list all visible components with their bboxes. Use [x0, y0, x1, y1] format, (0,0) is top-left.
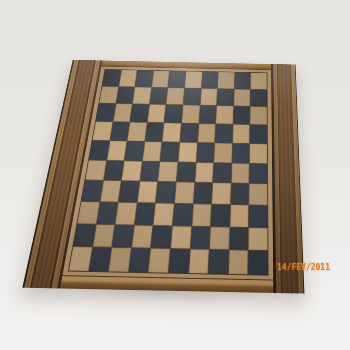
square-r2c9[interactable]	[234, 89, 250, 106]
square-r5c10[interactable]	[250, 144, 267, 163]
square-r8c2[interactable]	[97, 202, 118, 224]
square-r9c3[interactable]	[112, 225, 133, 248]
square-r10c4[interactable]	[129, 248, 151, 272]
photo-background: 14/FEV/2011	[0, 0, 350, 350]
square-r6c6[interactable]	[177, 162, 196, 182]
square-r1c6[interactable]	[185, 71, 202, 87]
square-r4c2[interactable]	[110, 122, 129, 140]
square-r6c5[interactable]	[158, 162, 177, 182]
square-r4c9[interactable]	[233, 125, 250, 143]
square-r7c7[interactable]	[193, 183, 212, 204]
square-r9c9[interactable]	[229, 227, 248, 250]
wooden-board-object	[22, 60, 304, 294]
square-r8c3[interactable]	[116, 203, 137, 225]
square-r10c9[interactable]	[229, 250, 248, 274]
square-r2c6[interactable]	[183, 88, 200, 105]
square-r1c5[interactable]	[168, 71, 185, 87]
square-r3c5[interactable]	[165, 105, 183, 123]
square-r4c6[interactable]	[180, 124, 198, 142]
square-r5c8[interactable]	[214, 143, 232, 162]
square-r4c8[interactable]	[215, 124, 232, 142]
square-r5c9[interactable]	[232, 143, 249, 162]
square-r6c3[interactable]	[122, 161, 142, 181]
square-r2c5[interactable]	[167, 88, 185, 105]
square-r8c6[interactable]	[173, 204, 193, 226]
square-r1c10[interactable]	[251, 73, 267, 89]
square-r1c9[interactable]	[234, 72, 250, 88]
square-r6c2[interactable]	[104, 160, 124, 180]
square-r6c10[interactable]	[250, 163, 267, 183]
square-r8c5[interactable]	[154, 203, 174, 225]
square-r7c5[interactable]	[156, 182, 176, 203]
checkerboard-grid	[68, 69, 269, 276]
square-r5c1[interactable]	[89, 141, 109, 160]
square-r8c8[interactable]	[211, 204, 230, 226]
square-r7c6[interactable]	[175, 182, 194, 203]
square-r7c3[interactable]	[119, 181, 139, 202]
square-r8c9[interactable]	[230, 205, 248, 227]
square-r7c4[interactable]	[137, 182, 157, 203]
square-r8c4[interactable]	[135, 203, 155, 225]
square-r4c5[interactable]	[163, 123, 181, 141]
square-r2c10[interactable]	[251, 89, 267, 106]
square-r8c10[interactable]	[249, 205, 267, 227]
square-r4c7[interactable]	[198, 124, 216, 142]
square-r10c7[interactable]	[189, 250, 209, 274]
square-r4c3[interactable]	[128, 122, 147, 140]
square-r3c4[interactable]	[147, 105, 165, 123]
square-r3c2[interactable]	[113, 104, 132, 122]
square-r4c10[interactable]	[250, 125, 267, 143]
square-r5c6[interactable]	[178, 142, 196, 161]
square-r5c2[interactable]	[107, 141, 127, 160]
square-r9c5[interactable]	[151, 226, 172, 249]
square-r9c8[interactable]	[210, 227, 229, 250]
square-r5c4[interactable]	[143, 142, 162, 161]
square-r3c3[interactable]	[130, 104, 149, 122]
square-r8c1[interactable]	[77, 202, 99, 224]
square-r3c1[interactable]	[96, 104, 115, 122]
square-r1c2[interactable]	[119, 70, 137, 86]
square-r6c4[interactable]	[140, 161, 160, 181]
square-r1c1[interactable]	[102, 70, 120, 86]
camera-date-stamp: 14/FEV/2011	[277, 263, 330, 272]
square-r7c9[interactable]	[231, 184, 249, 205]
square-r8c7[interactable]	[192, 204, 211, 226]
square-r9c4[interactable]	[132, 225, 153, 248]
square-r1c7[interactable]	[201, 72, 218, 88]
square-r1c4[interactable]	[152, 71, 169, 87]
square-r2c4[interactable]	[150, 87, 168, 104]
square-r2c3[interactable]	[133, 87, 151, 104]
square-r2c8[interactable]	[217, 89, 234, 106]
square-r2c1[interactable]	[99, 86, 118, 103]
square-r7c1[interactable]	[81, 180, 102, 201]
square-r10c6[interactable]	[169, 249, 190, 273]
square-r1c3[interactable]	[135, 70, 153, 86]
square-r10c3[interactable]	[109, 248, 131, 272]
square-r3c9[interactable]	[233, 107, 250, 125]
square-r7c8[interactable]	[212, 183, 230, 204]
square-r7c2[interactable]	[100, 181, 121, 202]
square-r1c8[interactable]	[218, 72, 234, 88]
square-r6c8[interactable]	[213, 163, 231, 183]
square-r3c10[interactable]	[251, 107, 267, 125]
square-r5c3[interactable]	[125, 141, 144, 160]
square-r9c6[interactable]	[171, 226, 191, 249]
square-r3c8[interactable]	[216, 106, 233, 124]
square-r2c7[interactable]	[200, 88, 217, 105]
square-r2c2[interactable]	[116, 87, 134, 104]
square-r6c9[interactable]	[232, 163, 250, 183]
square-r7c10[interactable]	[249, 184, 267, 205]
square-r4c1[interactable]	[93, 122, 113, 140]
square-r4c4[interactable]	[145, 123, 164, 141]
square-r9c10[interactable]	[249, 228, 268, 251]
square-r10c5[interactable]	[149, 249, 170, 273]
square-r10c2[interactable]	[89, 248, 111, 272]
square-r5c7[interactable]	[196, 143, 214, 162]
square-r9c7[interactable]	[190, 226, 210, 249]
square-r9c2[interactable]	[93, 224, 115, 247]
square-r3c7[interactable]	[199, 106, 216, 124]
right-piece-tray	[271, 64, 304, 294]
square-r10c10[interactable]	[249, 251, 268, 275]
square-r3c6[interactable]	[182, 105, 200, 123]
square-r6c7[interactable]	[195, 162, 213, 182]
square-r5c5[interactable]	[161, 142, 180, 161]
square-r10c8[interactable]	[209, 250, 229, 274]
square-r6c1[interactable]	[85, 160, 106, 180]
